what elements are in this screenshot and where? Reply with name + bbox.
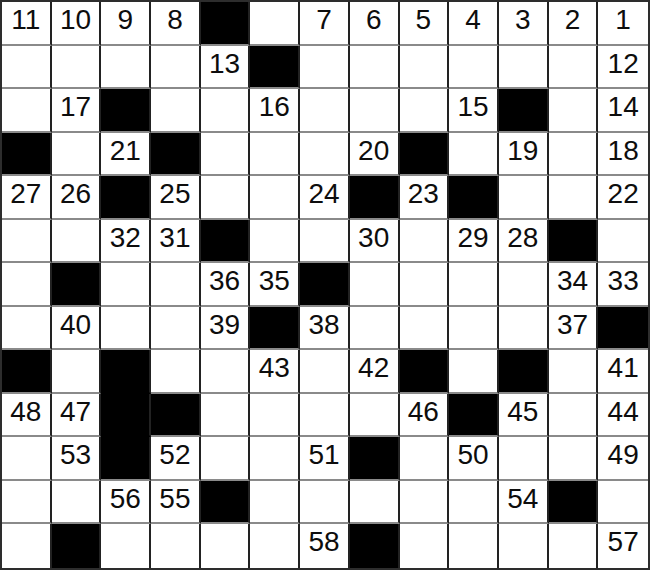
cell-r8c10[interactable] [449, 307, 499, 351]
cell-r11c5[interactable] [201, 437, 251, 481]
cell-r4c10[interactable] [449, 133, 499, 177]
cell-r3c5[interactable] [201, 89, 251, 133]
cell-r5c5[interactable] [201, 176, 251, 220]
cell-r6c3[interactable]: 32 [101, 220, 151, 264]
cell-r6c1[interactable] [2, 220, 52, 264]
clue-number-19: 19 [507, 136, 538, 165]
clue-number-32: 32 [110, 223, 141, 252]
cell-r1c11[interactable]: 3 [499, 2, 549, 46]
cell-r7c9[interactable] [400, 263, 450, 307]
black-cell-r8c6 [250, 307, 300, 351]
clue-number-13: 13 [209, 49, 240, 78]
cell-r11c11[interactable] [499, 437, 549, 481]
cell-r12c3[interactable]: 56 [101, 481, 151, 525]
cell-r2c5[interactable]: 13 [201, 46, 251, 90]
cell-r13c6[interactable] [250, 524, 300, 568]
cell-r7c11[interactable] [499, 263, 549, 307]
black-cell-r7c7 [300, 263, 350, 307]
clue-number-4: 4 [465, 5, 481, 34]
cell-r11c6[interactable] [250, 437, 300, 481]
black-cell-r4c9 [400, 133, 450, 177]
crossword-grid: 1110987654321131217161514212019182726252… [0, 0, 650, 570]
cell-r3c1[interactable] [2, 89, 52, 133]
cell-r6c7[interactable] [300, 220, 350, 264]
cell-r5c4[interactable]: 25 [151, 176, 201, 220]
clue-number-15: 15 [457, 92, 488, 121]
cell-r7c12[interactable]: 34 [549, 263, 599, 307]
clue-number-18: 18 [608, 136, 639, 165]
black-cell-r13c8 [350, 524, 400, 568]
cell-r13c7[interactable]: 58 [300, 524, 350, 568]
cell-r7c8[interactable] [350, 263, 400, 307]
cell-r13c10[interactable] [449, 524, 499, 568]
cell-r2c10[interactable] [449, 46, 499, 90]
clue-number-22: 22 [608, 179, 639, 208]
cell-r12c4[interactable]: 55 [151, 481, 201, 525]
clue-number-51: 51 [308, 440, 339, 469]
black-cell-r6c5 [201, 220, 251, 264]
cell-r1c13[interactable]: 1 [598, 2, 648, 46]
cell-r13c1[interactable] [2, 524, 52, 568]
cell-r5c1[interactable]: 27 [2, 176, 52, 220]
black-cell-r8c13 [598, 307, 648, 351]
cell-r9c2[interactable] [52, 350, 102, 394]
cell-r11c4[interactable]: 52 [151, 437, 201, 481]
black-cell-r4c4 [151, 133, 201, 177]
black-cell-r5c3 [101, 176, 151, 220]
clue-number-37: 37 [557, 310, 588, 339]
cell-r10c9[interactable]: 46 [400, 394, 450, 438]
cell-r1c8[interactable]: 6 [350, 2, 400, 46]
cell-r10c8[interactable] [350, 394, 400, 438]
cell-r3c7[interactable] [300, 89, 350, 133]
cell-r4c11[interactable]: 19 [499, 133, 549, 177]
clue-number-33: 33 [608, 266, 639, 295]
cell-r12c11[interactable]: 54 [499, 481, 549, 525]
cell-r9c8[interactable]: 42 [350, 350, 400, 394]
cell-r5c6[interactable] [250, 176, 300, 220]
cell-r5c12[interactable] [549, 176, 599, 220]
clue-number-53: 53 [60, 440, 91, 469]
clue-number-2: 2 [565, 5, 581, 34]
cell-r1c12[interactable]: 2 [549, 2, 599, 46]
cell-r9c13[interactable]: 41 [598, 350, 648, 394]
cell-r2c2[interactable] [52, 46, 102, 90]
clue-number-49: 49 [608, 440, 639, 469]
clue-number-25: 25 [159, 179, 190, 208]
black-cell-r9c1 [2, 350, 52, 394]
clue-number-20: 20 [358, 136, 389, 165]
clue-number-21: 21 [110, 136, 141, 165]
clue-number-43: 43 [259, 353, 290, 382]
cell-r3c4[interactable] [151, 89, 201, 133]
cell-r8c1[interactable] [2, 307, 52, 351]
cell-r2c9[interactable] [400, 46, 450, 90]
cell-r8c11[interactable] [499, 307, 549, 351]
clue-number-3: 3 [515, 5, 531, 34]
black-cell-r9c9 [400, 350, 450, 394]
clue-number-48: 48 [10, 397, 41, 426]
black-cell-r9c3 [101, 350, 151, 394]
cell-r2c3[interactable] [101, 46, 151, 90]
cell-r3c2[interactable]: 17 [52, 89, 102, 133]
cell-r6c2[interactable] [52, 220, 102, 264]
cell-r4c8[interactable]: 20 [350, 133, 400, 177]
black-cell-r1c5 [201, 2, 251, 46]
cell-r7c10[interactable] [449, 263, 499, 307]
cell-r4c2[interactable] [52, 133, 102, 177]
cell-r11c9[interactable] [400, 437, 450, 481]
cell-r6c9[interactable] [400, 220, 450, 264]
black-cell-r13c2 [52, 524, 102, 568]
cell-r11c1[interactable] [2, 437, 52, 481]
cell-r7c4[interactable] [151, 263, 201, 307]
cell-r12c7[interactable] [300, 481, 350, 525]
cell-r6c4[interactable]: 31 [151, 220, 201, 264]
cell-r13c9[interactable] [400, 524, 450, 568]
clue-number-31: 31 [159, 223, 190, 252]
cell-r3c12[interactable] [549, 89, 599, 133]
cell-r8c4[interactable] [151, 307, 201, 351]
cell-r8c2[interactable]: 40 [52, 307, 102, 351]
cell-r12c2[interactable] [52, 481, 102, 525]
cell-r2c12[interactable] [549, 46, 599, 90]
clue-number-52: 52 [159, 440, 190, 469]
cell-r8c5[interactable]: 39 [201, 307, 251, 351]
clue-number-5: 5 [416, 5, 432, 34]
black-cell-r5c10 [449, 176, 499, 220]
black-cell-r3c3 [101, 89, 151, 133]
cell-r13c13[interactable]: 57 [598, 524, 648, 568]
clue-number-38: 38 [308, 310, 339, 339]
cell-r2c11[interactable] [499, 46, 549, 90]
black-cell-r3c11 [499, 89, 549, 133]
clue-number-16: 16 [259, 92, 290, 121]
cell-r12c13[interactable] [598, 481, 648, 525]
cell-r5c11[interactable] [499, 176, 549, 220]
clue-number-10: 10 [60, 5, 91, 34]
cell-r1c7[interactable]: 7 [300, 2, 350, 46]
black-cell-r7c2 [52, 263, 102, 307]
cell-r1c1[interactable]: 11 [2, 2, 52, 46]
cell-r10c12[interactable] [549, 394, 599, 438]
clue-number-34: 34 [557, 266, 588, 295]
cell-r3c6[interactable]: 16 [250, 89, 300, 133]
cell-r9c7[interactable] [300, 350, 350, 394]
clue-number-7: 7 [316, 5, 332, 34]
cell-r5c2[interactable]: 26 [52, 176, 102, 220]
cell-r13c4[interactable] [151, 524, 201, 568]
cell-r7c6[interactable]: 35 [250, 263, 300, 307]
cell-r5c7[interactable]: 24 [300, 176, 350, 220]
cell-r8c7[interactable]: 38 [300, 307, 350, 351]
cell-r10c11[interactable]: 45 [499, 394, 549, 438]
cell-r6c6[interactable] [250, 220, 300, 264]
cell-r6c10[interactable]: 29 [449, 220, 499, 264]
cell-r4c3[interactable]: 21 [101, 133, 151, 177]
clue-number-9: 9 [117, 5, 133, 34]
black-cell-r11c3 [101, 437, 151, 481]
cell-r9c6[interactable]: 43 [250, 350, 300, 394]
cell-r4c12[interactable] [549, 133, 599, 177]
black-cell-r6c12 [549, 220, 599, 264]
clue-number-6: 6 [366, 5, 382, 34]
clue-number-39: 39 [209, 310, 240, 339]
cell-r6c11[interactable]: 28 [499, 220, 549, 264]
cell-r12c9[interactable] [400, 481, 450, 525]
cell-r10c2[interactable]: 47 [52, 394, 102, 438]
clue-number-55: 55 [159, 484, 190, 513]
cell-r4c7[interactable] [300, 133, 350, 177]
cell-r11c12[interactable] [549, 437, 599, 481]
clue-number-1: 1 [615, 5, 631, 34]
cell-r9c4[interactable] [151, 350, 201, 394]
clue-number-58: 58 [308, 527, 339, 556]
cell-r10c5[interactable] [201, 394, 251, 438]
clue-number-11: 11 [11, 5, 40, 34]
clue-number-30: 30 [358, 223, 389, 252]
cell-r8c3[interactable] [101, 307, 151, 351]
cell-r11c7[interactable]: 51 [300, 437, 350, 481]
clue-number-45: 45 [507, 397, 538, 426]
clue-number-42: 42 [358, 353, 389, 382]
cell-r1c10[interactable]: 4 [449, 2, 499, 46]
clue-number-46: 46 [408, 397, 439, 426]
cell-r9c5[interactable] [201, 350, 251, 394]
black-cell-r5c8 [350, 176, 400, 220]
clue-number-50: 50 [457, 440, 488, 469]
black-cell-r4c1 [2, 133, 52, 177]
cell-r8c9[interactable] [400, 307, 450, 351]
cell-r12c6[interactable] [250, 481, 300, 525]
cell-r11c2[interactable]: 53 [52, 437, 102, 481]
black-cell-r12c5 [201, 481, 251, 525]
black-cell-r10c10 [449, 394, 499, 438]
black-cell-r11c8 [350, 437, 400, 481]
clue-number-24: 24 [308, 179, 339, 208]
cell-r11c10[interactable]: 50 [449, 437, 499, 481]
clue-number-54: 54 [507, 484, 538, 513]
cell-r13c3[interactable] [101, 524, 151, 568]
clue-number-41: 41 [608, 353, 639, 382]
clue-number-47: 47 [60, 397, 91, 426]
cell-r1c3[interactable]: 9 [101, 2, 151, 46]
cell-r3c9[interactable] [400, 89, 450, 133]
cell-r8c8[interactable] [350, 307, 400, 351]
black-cell-r9c11 [499, 350, 549, 394]
clue-number-40: 40 [60, 310, 91, 339]
cell-r10c6[interactable] [250, 394, 300, 438]
clue-number-27: 27 [10, 179, 41, 208]
black-cell-r10c3 [101, 394, 151, 438]
cell-r9c12[interactable] [549, 350, 599, 394]
cell-r2c4[interactable] [151, 46, 201, 90]
cell-r1c9[interactable]: 5 [400, 2, 450, 46]
cell-r1c6[interactable] [250, 2, 300, 46]
cell-r3c13[interactable]: 14 [598, 89, 648, 133]
black-cell-r10c4 [151, 394, 201, 438]
cell-r10c1[interactable]: 48 [2, 394, 52, 438]
cell-r3c8[interactable] [350, 89, 400, 133]
cell-r5c13[interactable]: 22 [598, 176, 648, 220]
cell-r6c8[interactable]: 30 [350, 220, 400, 264]
black-cell-r2c6 [250, 46, 300, 90]
cell-r6c13[interactable] [598, 220, 648, 264]
cell-r5c9[interactable]: 23 [400, 176, 450, 220]
cell-r13c5[interactable] [201, 524, 251, 568]
cell-r1c2[interactable]: 10 [52, 2, 102, 46]
cell-r7c3[interactable] [101, 263, 151, 307]
cell-r12c10[interactable] [449, 481, 499, 525]
cell-r12c1[interactable] [2, 481, 52, 525]
cell-r3c10[interactable]: 15 [449, 89, 499, 133]
clue-number-57: 57 [608, 527, 639, 556]
cell-r1c4[interactable]: 8 [151, 2, 201, 46]
cell-r2c1[interactable] [2, 46, 52, 90]
clue-number-26: 26 [60, 179, 91, 208]
cell-r12c8[interactable] [350, 481, 400, 525]
cell-r2c7[interactable] [300, 46, 350, 90]
clue-number-44: 44 [608, 397, 639, 426]
clue-number-23: 23 [408, 179, 439, 208]
black-cell-r12c12 [549, 481, 599, 525]
clue-number-35: 35 [259, 266, 290, 295]
clue-number-36: 36 [209, 266, 240, 295]
cell-r8c12[interactable]: 37 [549, 307, 599, 351]
clue-number-28: 28 [507, 223, 538, 252]
cell-r2c13[interactable]: 12 [598, 46, 648, 90]
clue-number-14: 14 [608, 92, 639, 121]
cell-r4c6[interactable] [250, 133, 300, 177]
cell-r13c12[interactable] [549, 524, 599, 568]
clue-number-17: 17 [60, 92, 91, 121]
clue-number-56: 56 [110, 484, 141, 513]
cell-r2c8[interactable] [350, 46, 400, 90]
cell-r7c5[interactable]: 36 [201, 263, 251, 307]
cell-r9c10[interactable] [449, 350, 499, 394]
cell-r10c13[interactable]: 44 [598, 394, 648, 438]
cell-r7c1[interactable] [2, 263, 52, 307]
clue-number-29: 29 [457, 223, 488, 252]
cell-r4c13[interactable]: 18 [598, 133, 648, 177]
cell-r11c13[interactable]: 49 [598, 437, 648, 481]
clue-number-8: 8 [167, 5, 183, 34]
clue-number-12: 12 [608, 49, 639, 78]
cell-r7c13[interactable]: 33 [598, 263, 648, 307]
cell-r13c11[interactable] [499, 524, 549, 568]
cell-r10c7[interactable] [300, 394, 350, 438]
cell-r4c5[interactable] [201, 133, 251, 177]
